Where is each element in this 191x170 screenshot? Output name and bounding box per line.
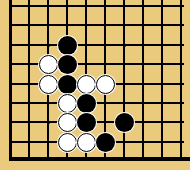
grid-line-horizontal xyxy=(9,44,185,46)
go-board[interactable] xyxy=(0,0,190,170)
white-stone[interactable] xyxy=(77,133,96,152)
white-stone[interactable] xyxy=(58,94,77,113)
grid-line-horizontal xyxy=(9,5,185,7)
black-stone[interactable] xyxy=(96,133,115,152)
black-stone[interactable] xyxy=(77,113,96,132)
black-stone[interactable] xyxy=(58,55,77,74)
grid-line-horizontal xyxy=(9,24,185,26)
black-stone[interactable] xyxy=(58,36,77,55)
white-stone[interactable] xyxy=(39,55,58,74)
white-stone[interactable] xyxy=(58,133,77,152)
star-point xyxy=(123,44,126,47)
white-stone[interactable] xyxy=(39,75,58,94)
star-point xyxy=(47,44,50,47)
star-point xyxy=(47,121,50,124)
grid-line-horizontal xyxy=(9,102,185,104)
black-stone[interactable] xyxy=(115,113,134,132)
white-stone[interactable] xyxy=(96,75,115,94)
go-diagram xyxy=(0,0,190,170)
board-bottom-edge-line xyxy=(9,157,191,161)
white-stone[interactable] xyxy=(77,75,96,94)
grid-line-horizontal xyxy=(9,121,185,123)
white-stone[interactable] xyxy=(58,113,77,132)
grid-line-horizontal xyxy=(9,63,185,65)
black-stone[interactable] xyxy=(58,75,77,94)
black-stone[interactable] xyxy=(77,94,96,113)
